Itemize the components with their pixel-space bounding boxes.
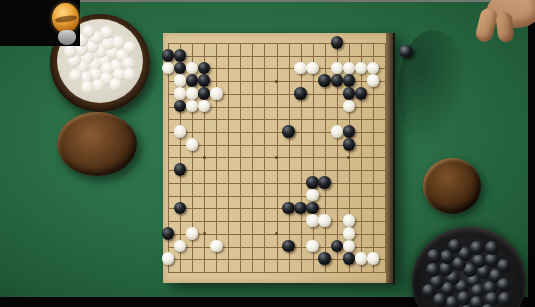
white-bowl-stone: [123, 41, 136, 54]
black-bowl-stone: [470, 296, 484, 307]
black-stone: [318, 176, 331, 189]
black-stone: [343, 74, 356, 87]
white-stone: [343, 214, 356, 227]
hoshi-point: [203, 156, 206, 159]
hoshi-point: [275, 80, 278, 83]
white-stone: [343, 227, 356, 240]
black-stone: [162, 49, 175, 62]
black-stone: [306, 176, 319, 189]
white-bowl-stone: [92, 79, 105, 92]
black-stone: [282, 125, 295, 138]
black-stone: [355, 87, 368, 100]
black-bowl-stone: [427, 249, 441, 263]
black-bowl-stone: [426, 263, 440, 277]
black-stone: [343, 87, 356, 100]
black-stone: [294, 202, 307, 215]
bowl-lid-right: [423, 158, 481, 214]
white-stone: [306, 214, 319, 227]
black-bowl-stone: [470, 241, 484, 255]
frame-top-line: [0, 0, 535, 2]
black-stone: [294, 87, 307, 100]
black-stone: [331, 74, 344, 87]
black-bowl-stone: [497, 259, 511, 273]
black-stone: [198, 87, 211, 100]
white-stone: [306, 62, 319, 75]
white-bowl-stone: [81, 81, 94, 94]
black-stone: [162, 227, 175, 240]
black-stone: [343, 138, 356, 151]
white-stone: [331, 125, 344, 138]
black-bowl-stone: [457, 291, 471, 305]
white-stone: [294, 62, 307, 75]
black-stone: [282, 240, 295, 253]
hoshi-point: [275, 156, 278, 159]
black-stone: [306, 202, 319, 215]
black-stone: [282, 202, 295, 215]
black-bowl-stone: [485, 241, 499, 255]
board-right-edge: [386, 33, 395, 284]
logo-base: [58, 30, 76, 45]
go-board: [163, 33, 393, 283]
white-stone: [174, 87, 187, 100]
hand-finger-icon: [495, 11, 514, 43]
black-stone: [331, 36, 344, 49]
held-black-stone: [399, 45, 413, 58]
white-stone: [186, 87, 199, 100]
video-frame: [0, 0, 535, 307]
white-bowl-stone: [109, 78, 122, 91]
black-stone: [318, 74, 331, 87]
white-bowl-stone: [82, 25, 95, 38]
black-stone: [343, 125, 356, 138]
black-bowl-stone: [497, 278, 511, 292]
white-stone: [210, 87, 223, 100]
white-stone: [174, 125, 187, 138]
black-bowl-stone: [422, 284, 436, 298]
white-stone: [186, 138, 199, 151]
black-stone: [343, 252, 356, 265]
logo-background: [0, 0, 80, 46]
bowl-lid-left: [57, 112, 137, 176]
black-stone: [174, 49, 187, 62]
white-bowl-stone: [64, 45, 77, 58]
white-stone: [210, 240, 223, 253]
white-stone: [318, 214, 331, 227]
white-stone: [186, 227, 199, 240]
white-bowl-stone: [123, 68, 136, 81]
black-bowl-stone: [498, 292, 512, 306]
